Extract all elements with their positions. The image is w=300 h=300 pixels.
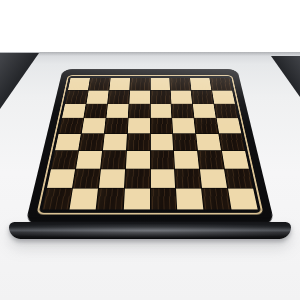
square-a1 bbox=[42, 189, 71, 210]
square-b3 bbox=[76, 151, 102, 168]
square-c5 bbox=[105, 118, 128, 133]
square-e6 bbox=[150, 104, 171, 118]
square-a5 bbox=[59, 118, 84, 133]
square-d2 bbox=[125, 169, 150, 188]
square-a7 bbox=[65, 90, 88, 103]
square-b8 bbox=[89, 78, 110, 90]
square-c6 bbox=[106, 104, 128, 118]
square-d4 bbox=[127, 134, 150, 150]
square-b2 bbox=[73, 169, 100, 188]
square-g1 bbox=[202, 189, 230, 210]
square-h7 bbox=[212, 90, 235, 103]
square-d1 bbox=[123, 189, 149, 210]
square-b1 bbox=[69, 189, 97, 210]
square-e3 bbox=[150, 151, 174, 168]
scene bbox=[0, 0, 300, 300]
square-a3 bbox=[51, 151, 78, 168]
square-h3 bbox=[222, 151, 249, 168]
square-c8 bbox=[109, 78, 130, 90]
chessboard bbox=[25, 69, 275, 225]
square-a6 bbox=[62, 104, 86, 118]
square-h4 bbox=[219, 134, 245, 150]
square-b6 bbox=[84, 104, 107, 118]
square-b7 bbox=[86, 90, 108, 103]
square-d3 bbox=[126, 151, 150, 168]
square-f7 bbox=[171, 90, 192, 103]
white-backdrop bbox=[0, 0, 300, 53]
square-c7 bbox=[108, 90, 129, 103]
square-h1 bbox=[228, 189, 257, 210]
square-d6 bbox=[128, 104, 149, 118]
square-e1 bbox=[150, 189, 176, 210]
board-near-edge bbox=[9, 222, 291, 239]
square-g8 bbox=[190, 78, 211, 90]
square-h6 bbox=[214, 104, 238, 118]
square-c4 bbox=[103, 134, 127, 150]
square-g6 bbox=[193, 104, 216, 118]
square-c3 bbox=[101, 151, 126, 168]
square-f6 bbox=[172, 104, 194, 118]
square-d7 bbox=[129, 90, 150, 103]
square-f5 bbox=[173, 118, 196, 133]
square-g5 bbox=[195, 118, 219, 133]
square-e2 bbox=[150, 169, 175, 188]
square-b5 bbox=[82, 118, 106, 133]
cloth-horizon-shadow bbox=[0, 52, 300, 56]
square-h8 bbox=[210, 78, 232, 90]
board-grid bbox=[42, 78, 257, 210]
square-e8 bbox=[150, 78, 170, 90]
square-e5 bbox=[150, 118, 172, 133]
square-h2 bbox=[225, 169, 253, 188]
square-c1 bbox=[96, 189, 123, 210]
square-f3 bbox=[174, 151, 199, 168]
square-d5 bbox=[127, 118, 149, 133]
square-h5 bbox=[217, 118, 242, 133]
square-a4 bbox=[55, 134, 81, 150]
square-f4 bbox=[173, 134, 197, 150]
square-g2 bbox=[200, 169, 227, 188]
square-e7 bbox=[150, 90, 171, 103]
square-d8 bbox=[130, 78, 150, 90]
square-e4 bbox=[150, 134, 173, 150]
square-b4 bbox=[79, 134, 104, 150]
square-g4 bbox=[196, 134, 221, 150]
square-f1 bbox=[176, 189, 203, 210]
square-g7 bbox=[192, 90, 214, 103]
square-a2 bbox=[47, 169, 75, 188]
square-c2 bbox=[99, 169, 125, 188]
square-f2 bbox=[175, 169, 201, 188]
square-g3 bbox=[198, 151, 224, 168]
square-f8 bbox=[170, 78, 191, 90]
square-a8 bbox=[68, 78, 90, 90]
